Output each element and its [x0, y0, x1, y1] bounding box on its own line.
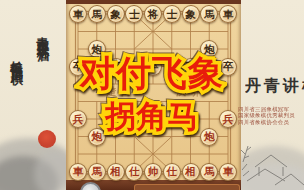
xiangqi-piece-black[interactable]: 車: [219, 5, 237, 23]
caption-line-1: 对付飞象: [42, 52, 262, 94]
xiangqi-piece-black[interactable]: 象: [182, 5, 200, 23]
xiangqi-piece-red[interactable]: 帅: [144, 163, 162, 181]
xiangqi-piece-red[interactable]: 仕: [163, 163, 181, 181]
xiangqi-piece-black[interactable]: 車: [69, 5, 87, 23]
poem-line-1: 青山不厌三杯酒: [36, 26, 49, 40]
xiangqi-piece-black[interactable]: 馬: [88, 5, 106, 23]
xiangqi-piece-black[interactable]: 士: [163, 5, 181, 23]
caption-line-2: 拐角马: [42, 98, 262, 136]
xiangqi-piece-black[interactable]: 将: [144, 5, 162, 23]
xiangqi-piece-red[interactable]: 馬: [200, 163, 218, 181]
xiangqi-piece-red[interactable]: 車: [69, 163, 87, 181]
video-frame: 青山不厌三杯酒 长日惟消一局棋 楚河 汉界 車馬象士将士象馬車炮炮卒卒卒卒卒兵兵…: [0, 0, 304, 190]
caption-overlay: 对付飞象 拐角马: [42, 52, 262, 136]
bottom-ui-bar[interactable]: [134, 184, 240, 190]
ink-village-sketch: [241, 140, 304, 190]
poem-line-2: 长日惟消一局棋: [9, 50, 22, 64]
xiangqi-piece-red[interactable]: 仕: [125, 163, 143, 181]
xiangqi-piece-red[interactable]: 馬: [88, 163, 106, 181]
xiangqi-piece-red[interactable]: 相: [182, 163, 200, 181]
xiangqi-piece-black[interactable]: 象: [107, 5, 125, 23]
xiangqi-piece-red[interactable]: 車: [219, 163, 237, 181]
xiangqi-piece-red[interactable]: 相: [107, 163, 125, 181]
